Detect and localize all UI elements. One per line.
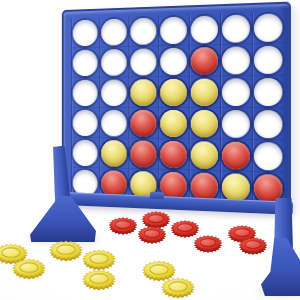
red-chip-ring [148, 215, 164, 223]
loose-yellow-chip[interactable] [143, 261, 176, 281]
yellow-chip-ring [90, 274, 108, 283]
loose-red-chip[interactable] [194, 236, 222, 253]
yellow-chip-ring [150, 265, 168, 274]
yellow-chip-ring [57, 245, 75, 254]
loose-yellow-chip[interactable] [50, 241, 83, 261]
red-chip-ring [245, 241, 261, 249]
loose-red-chip[interactable] [142, 212, 170, 229]
loose-red-chip[interactable] [109, 218, 137, 235]
yellow-chip-ring [169, 282, 187, 291]
yellow-chip-ring [2, 248, 20, 257]
loose-red-chip[interactable] [171, 221, 199, 238]
loose-yellow-chip[interactable] [83, 270, 116, 290]
red-chip-ring [234, 229, 250, 237]
loose-yellow-chip[interactable] [83, 250, 116, 270]
loose-yellow-chip[interactable] [162, 278, 195, 298]
red-chip-ring [115, 221, 131, 229]
loose-red-chip[interactable] [138, 227, 166, 244]
connect-four-photo [0, 0, 300, 300]
red-chip-ring [177, 224, 193, 232]
loose-chips-layer [0, 0, 300, 300]
red-chip-ring [200, 239, 216, 247]
red-chip-ring [144, 230, 160, 238]
yellow-chip-ring [20, 263, 38, 272]
yellow-chip-ring [90, 254, 108, 263]
